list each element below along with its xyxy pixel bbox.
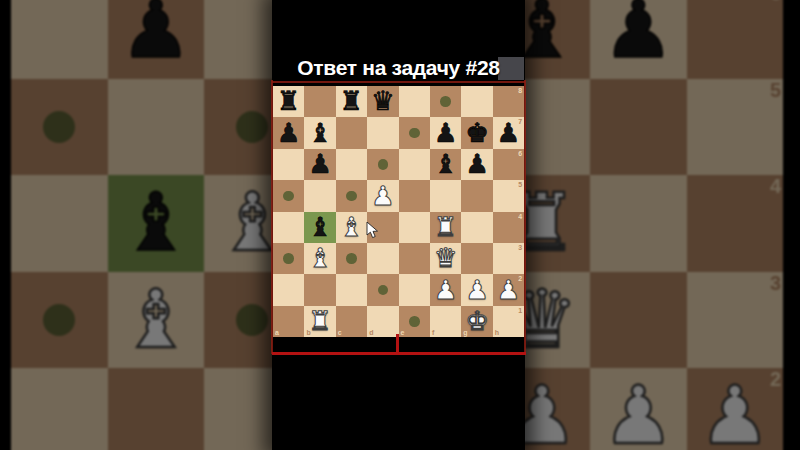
bg-rank-coordinate: 2 (770, 369, 781, 389)
bg-move-dest-dot (43, 111, 75, 143)
bg-square-h4: 4 (687, 175, 784, 272)
file-coordinate: a (275, 329, 279, 336)
rank-coordinate: 5 (518, 181, 522, 188)
rank-coordinate: 4 (518, 213, 522, 220)
square-f3[interactable]: ♛ (430, 243, 461, 274)
square-a5[interactable] (273, 180, 304, 211)
square-g6[interactable]: ♟ (461, 149, 492, 180)
square-g1[interactable]: ♚g (461, 306, 492, 337)
square-h5[interactable]: 5 (493, 180, 524, 211)
chess-board[interactable]: ♜♜♛8♟♝♟♚♟7♟♝♟6♟5♝♝♜4♝♛3♟♟♟2a♜bcdef♚g1h (273, 86, 524, 337)
square-c3[interactable] (336, 243, 367, 274)
title-underline-red-line (272, 81, 525, 83)
square-h7[interactable]: ♟7 (493, 117, 524, 148)
bg-move-dest-dot (236, 304, 268, 336)
square-b5[interactable] (304, 180, 335, 211)
square-c4[interactable]: ♝ (336, 212, 367, 243)
black-pawn[interactable]: ♟ (434, 120, 458, 147)
rank-coordinate: 7 (518, 118, 522, 125)
square-a7[interactable]: ♟ (273, 117, 304, 148)
video-progress-playhead (396, 334, 399, 352)
square-d1[interactable]: d (367, 306, 398, 337)
bg-black-pawn: ♟ (602, 0, 674, 70)
video-progress-bar (272, 352, 526, 355)
square-f2[interactable]: ♟ (430, 274, 461, 305)
file-coordinate: g (463, 329, 467, 336)
square-d6[interactable] (367, 149, 398, 180)
square-a4[interactable] (273, 212, 304, 243)
white-bishop[interactable]: ♝ (340, 214, 364, 241)
square-h6[interactable]: 6 (493, 149, 524, 180)
square-a3[interactable] (273, 243, 304, 274)
bg-square-b5 (108, 79, 205, 176)
black-queen[interactable]: ♛ (371, 88, 395, 115)
square-e1[interactable]: e (399, 306, 430, 337)
move-dest-dot (346, 253, 357, 264)
file-coordinate: h (495, 329, 499, 336)
bg-square-g5 (590, 79, 687, 176)
square-e8[interactable] (399, 86, 430, 117)
square-h8[interactable]: 8 (493, 86, 524, 117)
square-h3[interactable]: 3 (493, 243, 524, 274)
bg-move-dest-dot (236, 111, 268, 143)
bg-square-a2 (11, 368, 108, 450)
bg-white-pawn: ♟ (699, 376, 771, 450)
bg-rank-coordinate: 6 (770, 0, 781, 3)
move-dest-dot (409, 128, 420, 139)
bg-square-b3: ♝ (108, 272, 205, 369)
white-pawn[interactable]: ♟ (497, 277, 521, 304)
bg-move-dest-dot (43, 304, 75, 336)
white-king[interactable]: ♚ (465, 308, 489, 335)
square-e6[interactable] (399, 149, 430, 180)
rank-coordinate: 6 (518, 150, 522, 157)
black-bishop[interactable]: ♝ (308, 120, 332, 147)
bg-square-g2: ♟ (590, 368, 687, 450)
bg-black-bishop: ♝ (120, 183, 192, 263)
square-b2[interactable] (304, 274, 335, 305)
square-c2[interactable] (336, 274, 367, 305)
square-a8[interactable]: ♜ (273, 86, 304, 117)
rank-coordinate: 8 (518, 87, 522, 94)
square-g5[interactable] (461, 180, 492, 211)
bg-rank-coordinate: 4 (770, 176, 781, 196)
square-f7[interactable]: ♟ (430, 117, 461, 148)
move-dest-dot (346, 191, 357, 202)
black-pawn[interactable]: ♟ (308, 151, 332, 178)
square-g8[interactable] (461, 86, 492, 117)
square-e2[interactable] (399, 274, 430, 305)
file-coordinate: d (369, 329, 373, 336)
square-g7[interactable]: ♚ (461, 117, 492, 148)
square-b1[interactable]: ♜b (304, 306, 335, 337)
square-g2[interactable]: ♟ (461, 274, 492, 305)
square-d7[interactable] (367, 117, 398, 148)
file-coordinate: e (401, 329, 405, 336)
move-dest-dot (440, 96, 451, 107)
square-a2[interactable] (273, 274, 304, 305)
bg-square-h2: ♟2 (687, 368, 784, 450)
file-coordinate: f (432, 329, 434, 336)
square-g3[interactable] (461, 243, 492, 274)
square-f1[interactable]: f (430, 306, 461, 337)
square-d8[interactable]: ♛ (367, 86, 398, 117)
square-h1[interactable]: 1h (493, 306, 524, 337)
square-f5[interactable] (430, 180, 461, 211)
white-pawn[interactable]: ♟ (371, 183, 395, 210)
bg-square-a6 (11, 0, 108, 79)
square-g4[interactable] (461, 212, 492, 243)
bg-rank-coordinate: 5 (770, 80, 781, 100)
bg-square-b6: ♟ (108, 0, 205, 79)
rank-coordinate: 3 (518, 244, 522, 251)
bg-square-b2 (108, 368, 205, 450)
bg-square-a3 (11, 272, 108, 369)
square-b3[interactable]: ♝ (304, 243, 335, 274)
square-c6[interactable] (336, 149, 367, 180)
square-c1[interactable]: c (336, 306, 367, 337)
rank-coordinate: 1 (518, 307, 522, 314)
white-bishop[interactable]: ♝ (308, 245, 332, 272)
square-e3[interactable] (399, 243, 430, 274)
video-title: Ответ на задачу #28 (272, 55, 525, 81)
square-b6[interactable]: ♟ (304, 149, 335, 180)
bg-white-bishop: ♝ (120, 280, 192, 360)
square-h4[interactable]: 4 (493, 212, 524, 243)
rank-coordinate: 2 (518, 275, 522, 282)
move-dest-dot (409, 316, 420, 327)
square-d3[interactable] (367, 243, 398, 274)
bg-rank-coordinate: 3 (770, 273, 781, 293)
square-d2[interactable] (367, 274, 398, 305)
bg-square-g4 (590, 175, 687, 272)
square-e7[interactable] (399, 117, 430, 148)
file-coordinate: b (306, 329, 310, 336)
square-f6[interactable]: ♝ (430, 149, 461, 180)
square-c8[interactable]: ♜ (336, 86, 367, 117)
square-a1[interactable]: a (273, 306, 304, 337)
square-b7[interactable]: ♝ (304, 117, 335, 148)
square-c7[interactable] (336, 117, 367, 148)
black-bishop[interactable]: ♝ (308, 214, 332, 241)
square-c5[interactable] (336, 180, 367, 211)
white-queen[interactable]: ♛ (434, 245, 458, 272)
mouse-cursor-icon (366, 222, 379, 239)
bg-square-a4 (11, 175, 108, 272)
video-frame: ♜♜♛8♟♝♟♚♟7♟♝♟6♟5♝♝♜4♝♛3♟♟♟2a♜bcdef♚g1h О… (0, 0, 800, 450)
white-rook[interactable]: ♜ (308, 308, 332, 335)
black-king[interactable]: ♚ (465, 120, 489, 147)
move-dest-dot (283, 253, 294, 264)
square-b8[interactable] (304, 86, 335, 117)
square-f8[interactable] (430, 86, 461, 117)
bg-white-pawn: ♟ (602, 376, 674, 450)
bg-square-h3: 3 (687, 272, 784, 369)
black-bishop[interactable]: ♝ (434, 151, 458, 178)
black-pawn[interactable]: ♟ (465, 151, 489, 178)
move-dest-dot (283, 191, 294, 202)
bg-square-h6: 6 (687, 0, 784, 79)
file-coordinate: c (338, 329, 342, 336)
square-e5[interactable] (399, 180, 430, 211)
square-h2[interactable]: ♟2 (493, 274, 524, 305)
move-dest-dot (378, 159, 389, 170)
black-rook[interactable]: ♜ (340, 88, 364, 115)
square-a6[interactable] (273, 149, 304, 180)
square-b4[interactable]: ♝ (304, 212, 335, 243)
square-f4[interactable]: ♜ (430, 212, 461, 243)
square-d5[interactable]: ♟ (367, 180, 398, 211)
bg-square-g6: ♟ (590, 0, 687, 79)
bg-square-g3 (590, 272, 687, 369)
white-rook[interactable]: ♜ (434, 214, 458, 241)
black-pawn[interactable]: ♟ (497, 120, 521, 147)
move-dest-dot (378, 285, 389, 296)
black-rook[interactable]: ♜ (277, 88, 301, 115)
black-pawn[interactable]: ♟ (277, 120, 301, 147)
square-e4[interactable] (399, 212, 430, 243)
white-pawn[interactable]: ♟ (434, 277, 458, 304)
bg-square-a5 (11, 79, 108, 176)
bg-black-pawn: ♟ (120, 0, 192, 70)
bg-square-b4: ♝ (108, 175, 205, 272)
white-pawn[interactable]: ♟ (465, 277, 489, 304)
bg-square-h5: 5 (687, 79, 784, 176)
